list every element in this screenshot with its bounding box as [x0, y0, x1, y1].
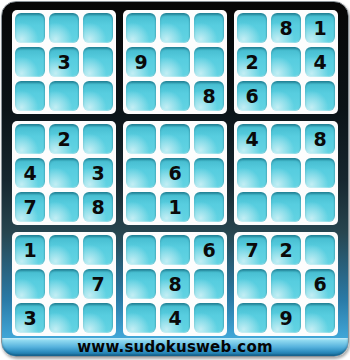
cell-r1c9[interactable]: 1 — [305, 13, 335, 43]
cell-r2c9[interactable]: 4 — [305, 47, 335, 77]
box-4: 24378 — [12, 121, 116, 225]
cell-r9c8[interactable]: 9 — [271, 303, 301, 333]
cell-r1c2[interactable] — [49, 13, 79, 43]
cell-r5c8[interactable] — [271, 158, 301, 188]
box-1: 3 — [12, 10, 116, 114]
box-5: 61 — [123, 121, 227, 225]
box-9: 7269 — [234, 232, 338, 336]
cell-r3c7[interactable]: 6 — [237, 81, 267, 111]
cell-r6c5[interactable]: 1 — [160, 192, 190, 222]
cell-r8c7[interactable] — [237, 269, 267, 299]
box-2: 98 — [123, 10, 227, 114]
cell-r3c5[interactable] — [160, 81, 190, 111]
box-7: 173 — [12, 232, 116, 336]
cell-r7c1[interactable]: 1 — [15, 235, 45, 265]
cell-r7c4[interactable] — [126, 235, 156, 265]
cell-r9c4[interactable] — [126, 303, 156, 333]
cell-r6c2[interactable] — [49, 192, 79, 222]
cell-r6c1[interactable]: 7 — [15, 192, 45, 222]
cell-r6c8[interactable] — [271, 192, 301, 222]
cell-r8c6[interactable] — [194, 269, 224, 299]
cell-r6c4[interactable] — [126, 192, 156, 222]
cell-r7c6[interactable]: 6 — [194, 235, 224, 265]
cell-r8c9[interactable]: 6 — [305, 269, 335, 299]
cell-r4c2[interactable]: 2 — [49, 124, 79, 154]
cell-r5c9[interactable] — [305, 158, 335, 188]
cell-r7c5[interactable] — [160, 235, 190, 265]
cell-r3c6[interactable]: 8 — [194, 81, 224, 111]
cell-r5c6[interactable] — [194, 158, 224, 188]
cell-r5c5[interactable]: 6 — [160, 158, 190, 188]
cell-r1c3[interactable] — [83, 13, 113, 43]
boxes-grid: 398812462437861481736847269 — [12, 10, 338, 336]
cell-r4c5[interactable] — [160, 124, 190, 154]
cell-r4c3[interactable] — [83, 124, 113, 154]
cell-r4c1[interactable] — [15, 124, 45, 154]
cell-r4c6[interactable] — [194, 124, 224, 154]
cell-r2c6[interactable] — [194, 47, 224, 77]
cell-r2c3[interactable] — [83, 47, 113, 77]
cell-r6c6[interactable] — [194, 192, 224, 222]
cell-r4c8[interactable] — [271, 124, 301, 154]
sudoku-board: 398812462437861481736847269 www.sudokusw… — [1, 1, 349, 357]
cell-r8c2[interactable] — [49, 269, 79, 299]
box-6: 48 — [234, 121, 338, 225]
cell-r6c9[interactable] — [305, 192, 335, 222]
cell-r3c8[interactable] — [271, 81, 301, 111]
cell-r4c4[interactable] — [126, 124, 156, 154]
cell-r2c1[interactable] — [15, 47, 45, 77]
cell-r9c7[interactable] — [237, 303, 267, 333]
cell-r6c7[interactable] — [237, 192, 267, 222]
cell-r3c3[interactable] — [83, 81, 113, 111]
cell-r1c4[interactable] — [126, 13, 156, 43]
cell-r3c9[interactable] — [305, 81, 335, 111]
cell-r4c7[interactable]: 4 — [237, 124, 267, 154]
cell-r9c1[interactable]: 3 — [15, 303, 45, 333]
box-8: 684 — [123, 232, 227, 336]
cell-r9c9[interactable] — [305, 303, 335, 333]
cell-r9c5[interactable]: 4 — [160, 303, 190, 333]
cell-r8c4[interactable] — [126, 269, 156, 299]
cell-r7c3[interactable] — [83, 235, 113, 265]
cell-r1c8[interactable]: 8 — [271, 13, 301, 43]
cell-r3c1[interactable] — [15, 81, 45, 111]
cell-r4c9[interactable]: 8 — [305, 124, 335, 154]
cell-r7c9[interactable] — [305, 235, 335, 265]
cell-r5c3[interactable]: 3 — [83, 158, 113, 188]
cell-r5c2[interactable] — [49, 158, 79, 188]
cell-r3c4[interactable] — [126, 81, 156, 111]
cell-r6c3[interactable]: 8 — [83, 192, 113, 222]
cell-r1c1[interactable] — [15, 13, 45, 43]
cell-r5c1[interactable]: 4 — [15, 158, 45, 188]
cell-r2c5[interactable] — [160, 47, 190, 77]
cell-r9c6[interactable] — [194, 303, 224, 333]
cell-r8c1[interactable] — [15, 269, 45, 299]
cell-r5c7[interactable] — [237, 158, 267, 188]
cell-r5c4[interactable] — [126, 158, 156, 188]
cell-r2c7[interactable]: 2 — [237, 47, 267, 77]
cell-r9c3[interactable] — [83, 303, 113, 333]
cell-r1c6[interactable] — [194, 13, 224, 43]
cell-r2c4[interactable]: 9 — [126, 47, 156, 77]
footer-link[interactable]: www.sudokusweb.com — [77, 338, 272, 356]
cell-r8c8[interactable] — [271, 269, 301, 299]
cell-r9c2[interactable] — [49, 303, 79, 333]
cell-r8c5[interactable]: 8 — [160, 269, 190, 299]
cell-r2c2[interactable]: 3 — [49, 47, 79, 77]
cell-r3c2[interactable] — [49, 81, 79, 111]
cell-r8c3[interactable]: 7 — [83, 269, 113, 299]
cell-r1c7[interactable] — [237, 13, 267, 43]
cell-r1c5[interactable] — [160, 13, 190, 43]
cell-r7c2[interactable] — [49, 235, 79, 265]
cell-r7c7[interactable]: 7 — [237, 235, 267, 265]
cell-r2c8[interactable] — [271, 47, 301, 77]
box-3: 81246 — [234, 10, 338, 114]
cell-r7c8[interactable]: 2 — [271, 235, 301, 265]
footer-bar: www.sudokusweb.com — [2, 338, 348, 356]
